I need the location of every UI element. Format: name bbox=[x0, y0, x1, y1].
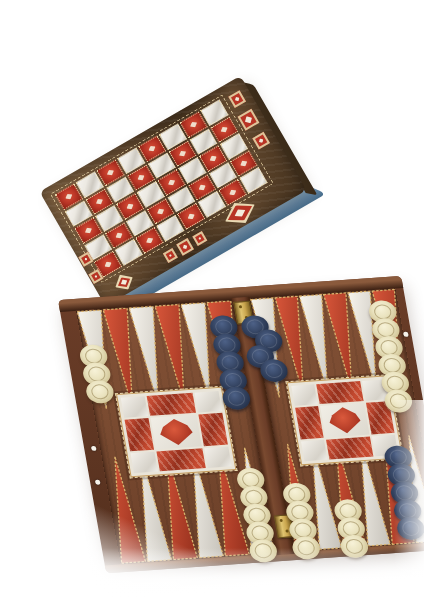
medallion-cell bbox=[205, 447, 232, 468]
medallion-cell bbox=[320, 403, 370, 438]
lid-ornament-square bbox=[163, 248, 178, 263]
lid-ornament-square bbox=[192, 231, 207, 246]
medallion-cell bbox=[124, 418, 153, 452]
backgammon-product-photo bbox=[0, 0, 424, 600]
clasp-pin bbox=[95, 480, 101, 485]
medallion-cell bbox=[150, 414, 203, 449]
medallion-left bbox=[116, 387, 236, 478]
medallion-cell bbox=[301, 440, 327, 461]
medallion-cell bbox=[199, 413, 228, 447]
medallion-cell bbox=[316, 381, 364, 404]
medallion-cell bbox=[121, 396, 148, 417]
clasp-pin bbox=[91, 446, 97, 451]
medallion-cell bbox=[156, 449, 206, 472]
medallion-cell bbox=[291, 384, 317, 405]
lid-ornament-square bbox=[228, 90, 246, 108]
medallion-cell bbox=[195, 391, 222, 412]
medallion-cell bbox=[146, 393, 196, 416]
medallion-cell bbox=[326, 437, 374, 460]
medallion-cell bbox=[131, 452, 158, 473]
lid-ornament-square bbox=[176, 238, 194, 256]
closed-lid bbox=[40, 76, 307, 306]
medallion-cell bbox=[295, 406, 323, 440]
clasp-pin bbox=[403, 332, 409, 337]
lid-ornament-square bbox=[252, 132, 270, 150]
open-board bbox=[58, 276, 424, 573]
